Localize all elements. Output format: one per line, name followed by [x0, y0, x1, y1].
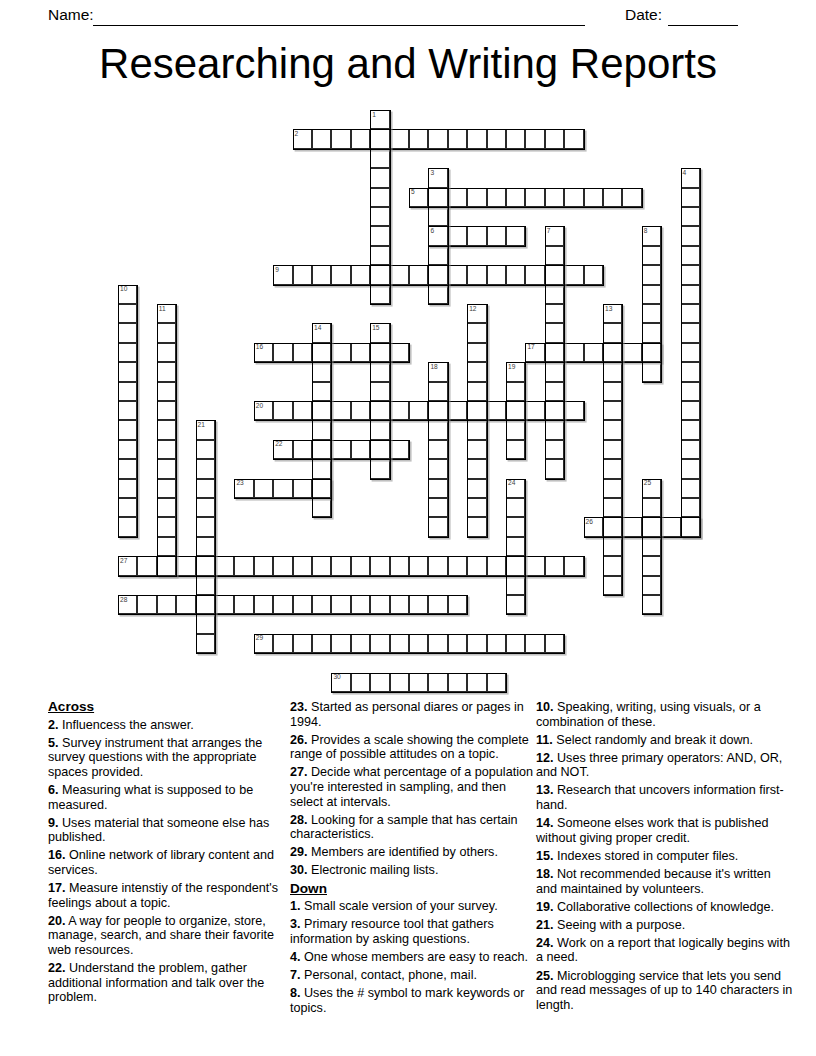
grid-cell[interactable] — [642, 576, 661, 595]
grid-cell[interactable] — [467, 362, 486, 381]
grid-cell[interactable] — [603, 537, 622, 556]
grid-cell[interactable] — [196, 614, 215, 633]
grid-cell[interactable] — [409, 129, 428, 148]
grid-cell[interactable] — [642, 498, 661, 517]
grid-cell[interactable] — [118, 498, 137, 517]
grid-cell[interactable] — [467, 517, 486, 536]
grid-cell[interactable]: 19 — [506, 362, 525, 381]
grid-cell[interactable] — [467, 265, 486, 284]
grid-cell[interactable] — [428, 382, 447, 401]
grid-cell[interactable] — [603, 556, 622, 575]
grid-cell[interactable] — [467, 673, 486, 692]
grid-cell[interactable] — [428, 401, 447, 420]
grid-cell[interactable] — [370, 556, 389, 575]
grid-cell[interactable] — [118, 323, 137, 342]
grid-cell[interactable] — [448, 226, 467, 245]
grid-cell[interactable] — [312, 498, 331, 517]
grid-cell[interactable] — [642, 304, 661, 323]
grid-cell[interactable] — [603, 362, 622, 381]
grid-cell[interactable] — [157, 556, 176, 575]
grid-cell[interactable] — [351, 634, 370, 653]
grid-cell[interactable] — [157, 323, 176, 342]
grid-cell[interactable] — [448, 595, 467, 614]
grid-cell[interactable] — [467, 479, 486, 498]
grid-cell[interactable] — [545, 129, 564, 148]
grid-cell[interactable] — [467, 440, 486, 459]
grid-cell[interactable] — [370, 401, 389, 420]
grid-cell[interactable]: 23 — [234, 479, 253, 498]
grid-cell[interactable] — [196, 556, 215, 575]
grid-cell[interactable] — [157, 382, 176, 401]
grid-cell[interactable] — [331, 265, 350, 284]
grid-cell[interactable] — [525, 401, 544, 420]
grid-cell[interactable] — [370, 440, 389, 459]
grid-cell[interactable] — [370, 459, 389, 478]
grid-cell[interactable] — [545, 362, 564, 381]
grid-cell[interactable] — [176, 556, 195, 575]
grid-cell[interactable]: 29 — [254, 634, 273, 653]
grid-cell[interactable] — [545, 304, 564, 323]
grid-cell[interactable] — [312, 479, 331, 498]
grid-cell[interactable] — [428, 207, 447, 226]
grid-cell[interactable] — [661, 517, 680, 536]
grid-cell[interactable] — [157, 440, 176, 459]
grid-cell[interactable] — [681, 246, 700, 265]
grid-cell[interactable]: 8 — [642, 226, 661, 245]
grid-cell[interactable] — [467, 343, 486, 362]
grid-cell[interactable] — [390, 265, 409, 284]
grid-cell[interactable] — [157, 401, 176, 420]
grid-cell[interactable]: 14 — [312, 323, 331, 342]
grid-cell[interactable]: 10 — [118, 285, 137, 304]
grid-cell[interactable] — [506, 420, 525, 439]
grid-cell[interactable] — [196, 537, 215, 556]
grid-cell[interactable]: 9 — [273, 265, 292, 284]
grid-cell[interactable]: 15 — [370, 323, 389, 342]
grid-cell[interactable] — [506, 188, 525, 207]
grid-cell[interactable] — [545, 188, 564, 207]
grid-cell[interactable]: 21 — [196, 420, 215, 439]
grid-cell[interactable] — [545, 246, 564, 265]
grid-cell[interactable] — [603, 576, 622, 595]
grid-cell[interactable] — [312, 362, 331, 381]
grid-cell[interactable] — [506, 537, 525, 556]
grid-cell[interactable] — [622, 343, 641, 362]
grid-cell[interactable]: 3 — [428, 168, 447, 187]
grid-cell[interactable] — [448, 673, 467, 692]
grid-cell[interactable] — [681, 362, 700, 381]
grid-cell[interactable] — [603, 420, 622, 439]
grid-cell[interactable] — [234, 595, 253, 614]
grid-cell[interactable] — [215, 556, 234, 575]
grid-cell[interactable] — [390, 673, 409, 692]
grid-cell[interactable]: 12 — [467, 304, 486, 323]
grid-cell[interactable] — [293, 343, 312, 362]
grid-cell[interactable] — [196, 459, 215, 478]
grid-cell[interactable] — [525, 129, 544, 148]
grid-cell[interactable] — [157, 595, 176, 614]
grid-cell[interactable] — [642, 556, 661, 575]
grid-cell[interactable] — [370, 595, 389, 614]
grid-cell[interactable] — [681, 479, 700, 498]
grid-cell[interactable] — [564, 265, 583, 284]
grid-cell[interactable] — [467, 226, 486, 245]
grid-cell[interactable] — [506, 265, 525, 284]
grid-cell[interactable] — [215, 595, 234, 614]
grid-cell[interactable] — [681, 440, 700, 459]
grid-cell[interactable] — [370, 188, 389, 207]
grid-cell[interactable] — [312, 459, 331, 478]
grid-cell[interactable] — [525, 634, 544, 653]
grid-cell[interactable] — [467, 382, 486, 401]
grid-cell[interactable] — [681, 207, 700, 226]
grid-cell[interactable] — [467, 420, 486, 439]
grid-cell[interactable] — [467, 459, 486, 478]
grid-cell[interactable]: 6 — [428, 226, 447, 245]
grid-cell[interactable] — [118, 362, 137, 381]
grid-cell[interactable] — [390, 440, 409, 459]
grid-cell[interactable] — [331, 401, 350, 420]
grid-cell[interactable] — [603, 401, 622, 420]
grid-cell[interactable] — [681, 304, 700, 323]
grid-cell[interactable] — [293, 634, 312, 653]
grid-cell[interactable] — [448, 401, 467, 420]
grid-cell[interactable] — [642, 595, 661, 614]
grid-cell[interactable] — [428, 285, 447, 304]
grid-cell[interactable] — [428, 517, 447, 536]
grid-cell[interactable] — [467, 129, 486, 148]
grid-cell[interactable] — [545, 440, 564, 459]
grid-cell[interactable] — [370, 149, 389, 168]
grid-cell[interactable] — [254, 595, 273, 614]
grid-cell[interactable] — [331, 129, 350, 148]
grid-cell[interactable] — [564, 556, 583, 575]
grid-cell[interactable] — [196, 595, 215, 614]
grid-cell[interactable] — [467, 634, 486, 653]
grid-cell[interactable] — [681, 420, 700, 439]
grid-cell[interactable]: 27 — [118, 556, 137, 575]
grid-cell[interactable] — [642, 537, 661, 556]
grid-cell[interactable] — [370, 265, 389, 284]
grid-cell[interactable] — [293, 440, 312, 459]
grid-cell[interactable] — [545, 556, 564, 575]
grid-cell[interactable] — [409, 401, 428, 420]
grid-cell[interactable] — [118, 459, 137, 478]
grid-cell[interactable] — [118, 401, 137, 420]
grid-cell[interactable] — [428, 673, 447, 692]
grid-cell[interactable] — [603, 517, 622, 536]
grid-cell[interactable] — [428, 556, 447, 575]
grid-cell[interactable] — [370, 420, 389, 439]
grid-cell[interactable]: 22 — [273, 440, 292, 459]
grid-cell[interactable] — [545, 420, 564, 439]
grid-cell[interactable] — [293, 265, 312, 284]
grid-cell[interactable] — [525, 265, 544, 284]
grid-cell[interactable] — [545, 459, 564, 478]
grid-cell[interactable] — [603, 323, 622, 342]
grid-cell[interactable] — [409, 265, 428, 284]
grid-cell[interactable] — [428, 420, 447, 439]
name-field-line[interactable] — [93, 4, 585, 26]
grid-cell[interactable] — [118, 343, 137, 362]
grid-cell[interactable] — [448, 188, 467, 207]
grid-cell[interactable] — [428, 634, 447, 653]
grid-cell[interactable] — [254, 556, 273, 575]
grid-cell[interactable]: 13 — [603, 304, 622, 323]
grid-cell[interactable] — [564, 343, 583, 362]
grid-cell[interactable] — [312, 343, 331, 362]
grid-cell[interactable] — [448, 556, 467, 575]
grid-cell[interactable]: 28 — [118, 595, 137, 614]
grid-cell[interactable]: 4 — [681, 168, 700, 187]
grid-cell[interactable] — [157, 459, 176, 478]
grid-cell[interactable] — [351, 673, 370, 692]
grid-cell[interactable] — [370, 634, 389, 653]
grid-cell[interactable] — [370, 168, 389, 187]
grid-cell[interactable] — [312, 382, 331, 401]
grid-cell[interactable] — [312, 420, 331, 439]
grid-cell[interactable] — [273, 401, 292, 420]
grid-cell[interactable] — [331, 556, 350, 575]
grid-cell[interactable]: 26 — [584, 517, 603, 536]
grid-cell[interactable] — [273, 479, 292, 498]
grid-cell[interactable] — [428, 440, 447, 459]
grid-cell[interactable] — [525, 556, 544, 575]
grid-cell[interactable] — [545, 343, 564, 362]
grid-cell[interactable] — [564, 401, 583, 420]
grid-cell[interactable] — [506, 576, 525, 595]
grid-cell[interactable] — [642, 323, 661, 342]
grid-cell[interactable] — [273, 595, 292, 614]
grid-cell[interactable] — [487, 673, 506, 692]
grid-cell[interactable] — [681, 323, 700, 342]
grid-cell[interactable] — [487, 265, 506, 284]
grid-cell[interactable] — [370, 207, 389, 226]
grid-cell[interactable] — [642, 285, 661, 304]
grid-cell[interactable] — [157, 362, 176, 381]
grid-cell[interactable] — [293, 479, 312, 498]
grid-cell[interactable] — [622, 188, 641, 207]
grid-cell[interactable] — [409, 595, 428, 614]
grid-cell[interactable] — [157, 517, 176, 536]
grid-cell[interactable]: 25 — [642, 479, 661, 498]
grid-cell[interactable] — [467, 401, 486, 420]
grid-cell[interactable] — [351, 343, 370, 362]
grid-cell[interactable]: 17 — [525, 343, 544, 362]
grid-cell[interactable] — [331, 595, 350, 614]
grid-cell[interactable] — [487, 188, 506, 207]
grid-cell[interactable]: 30 — [331, 673, 350, 692]
grid-cell[interactable] — [506, 517, 525, 536]
grid-cell[interactable] — [390, 401, 409, 420]
grid-cell[interactable] — [196, 479, 215, 498]
grid-cell[interactable] — [428, 188, 447, 207]
grid-cell[interactable] — [545, 285, 564, 304]
grid-cell[interactable] — [370, 129, 389, 148]
grid-cell[interactable] — [390, 634, 409, 653]
grid-cell[interactable] — [254, 479, 273, 498]
grid-cell[interactable] — [157, 343, 176, 362]
grid-cell[interactable] — [273, 556, 292, 575]
grid-cell[interactable] — [506, 382, 525, 401]
grid-cell[interactable] — [312, 265, 331, 284]
grid-cell[interactable] — [603, 343, 622, 362]
grid-cell[interactable] — [428, 498, 447, 517]
grid-cell[interactable] — [428, 265, 447, 284]
grid-cell[interactable]: 16 — [254, 343, 273, 362]
grid-cell[interactable] — [467, 556, 486, 575]
grid-cell[interactable] — [603, 382, 622, 401]
grid-cell[interactable] — [370, 382, 389, 401]
grid-cell[interactable] — [312, 401, 331, 420]
grid-cell[interactable] — [603, 459, 622, 478]
grid-cell[interactable] — [448, 634, 467, 653]
grid-cell[interactable] — [428, 479, 447, 498]
grid-cell[interactable] — [467, 498, 486, 517]
grid-cell[interactable] — [370, 285, 389, 304]
grid-cell[interactable] — [506, 634, 525, 653]
grid-cell[interactable] — [176, 595, 195, 614]
grid-cell[interactable] — [506, 556, 525, 575]
grid-cell[interactable]: 24 — [506, 479, 525, 498]
grid-cell[interactable] — [428, 459, 447, 478]
grid-cell[interactable] — [642, 265, 661, 284]
grid-cell[interactable] — [293, 556, 312, 575]
grid-cell[interactable] — [564, 188, 583, 207]
grid-cell[interactable] — [487, 226, 506, 245]
grid-cell[interactable] — [351, 265, 370, 284]
grid-cell[interactable] — [545, 265, 564, 284]
grid-cell[interactable] — [409, 556, 428, 575]
grid-cell[interactable]: 18 — [428, 362, 447, 381]
grid-cell[interactable] — [487, 129, 506, 148]
grid-cell[interactable] — [370, 673, 389, 692]
grid-cell[interactable] — [331, 343, 350, 362]
grid-cell[interactable] — [331, 440, 350, 459]
grid-cell[interactable] — [118, 420, 137, 439]
grid-cell[interactable] — [584, 188, 603, 207]
grid-cell[interactable] — [390, 556, 409, 575]
grid-cell[interactable] — [681, 459, 700, 478]
grid-cell[interactable] — [584, 343, 603, 362]
grid-cell[interactable] — [196, 634, 215, 653]
grid-cell[interactable] — [681, 382, 700, 401]
grid-cell[interactable] — [118, 304, 137, 323]
grid-cell[interactable] — [681, 285, 700, 304]
grid-cell[interactable] — [545, 401, 564, 420]
grid-cell[interactable] — [312, 129, 331, 148]
grid-cell[interactable] — [312, 556, 331, 575]
grid-cell[interactable] — [293, 401, 312, 420]
grid-cell[interactable] — [681, 265, 700, 284]
grid-cell[interactable] — [157, 537, 176, 556]
grid-cell[interactable] — [351, 556, 370, 575]
grid-cell[interactable] — [545, 323, 564, 342]
grid-cell[interactable] — [642, 362, 661, 381]
grid-cell[interactable]: 11 — [157, 304, 176, 323]
grid-cell[interactable] — [642, 246, 661, 265]
grid-cell[interactable] — [137, 595, 156, 614]
grid-cell[interactable] — [312, 595, 331, 614]
grid-cell[interactable] — [467, 188, 486, 207]
grid-cell[interactable] — [681, 188, 700, 207]
date-field-line[interactable] — [668, 4, 738, 26]
grid-cell[interactable] — [390, 343, 409, 362]
grid-cell[interactable] — [545, 634, 564, 653]
grid-cell[interactable] — [137, 556, 156, 575]
grid-cell[interactable] — [487, 556, 506, 575]
grid-cell[interactable] — [118, 382, 137, 401]
grid-cell[interactable] — [428, 246, 447, 265]
grid-cell[interactable] — [409, 673, 428, 692]
grid-cell[interactable] — [681, 226, 700, 245]
grid-cell[interactable] — [370, 226, 389, 245]
grid-cell[interactable] — [448, 265, 467, 284]
grid-cell[interactable] — [351, 440, 370, 459]
grid-cell[interactable] — [196, 576, 215, 595]
grid-cell[interactable] — [351, 129, 370, 148]
grid-cell[interactable] — [370, 246, 389, 265]
grid-cell[interactable] — [273, 343, 292, 362]
grid-cell[interactable] — [448, 129, 467, 148]
grid-cell[interactable] — [642, 343, 661, 362]
grid-cell[interactable] — [681, 401, 700, 420]
grid-cell[interactable] — [525, 188, 544, 207]
grid-cell[interactable]: 7 — [545, 226, 564, 245]
grid-cell[interactable] — [564, 129, 583, 148]
grid-cell[interactable] — [351, 595, 370, 614]
grid-cell[interactable] — [506, 440, 525, 459]
grid-cell[interactable] — [506, 401, 525, 420]
grid-cell[interactable] — [312, 634, 331, 653]
grid-cell[interactable] — [428, 595, 447, 614]
grid-cell[interactable] — [681, 343, 700, 362]
grid-cell[interactable] — [603, 498, 622, 517]
grid-cell[interactable] — [157, 498, 176, 517]
grid-cell[interactable] — [118, 479, 137, 498]
grid-cell[interactable] — [506, 498, 525, 517]
grid-cell[interactable] — [506, 226, 525, 245]
grid-cell[interactable] — [390, 595, 409, 614]
grid-cell[interactable] — [584, 265, 603, 284]
grid-cell[interactable] — [370, 362, 389, 381]
grid-cell[interactable] — [196, 498, 215, 517]
grid-cell[interactable] — [545, 382, 564, 401]
grid-cell[interactable] — [603, 440, 622, 459]
grid-cell[interactable]: 20 — [254, 401, 273, 420]
grid-cell[interactable] — [234, 556, 253, 575]
grid-cell[interactable] — [118, 517, 137, 536]
grid-cell[interactable] — [487, 634, 506, 653]
grid-cell[interactable]: 5 — [409, 188, 428, 207]
grid-cell[interactable] — [409, 634, 428, 653]
grid-cell[interactable] — [293, 595, 312, 614]
grid-cell[interactable]: 1 — [370, 110, 389, 129]
grid-cell[interactable] — [157, 479, 176, 498]
grid-cell[interactable] — [273, 634, 292, 653]
grid-cell[interactable] — [157, 420, 176, 439]
grid-cell[interactable] — [118, 440, 137, 459]
grid-cell[interactable] — [506, 595, 525, 614]
grid-cell[interactable]: 2 — [293, 129, 312, 148]
grid-cell[interactable] — [642, 517, 661, 536]
grid-cell[interactable] — [681, 498, 700, 517]
grid-cell[interactable] — [487, 401, 506, 420]
grid-cell[interactable] — [681, 517, 700, 536]
grid-cell[interactable] — [196, 517, 215, 536]
grid-cell[interactable] — [331, 634, 350, 653]
grid-cell[interactable] — [506, 129, 525, 148]
